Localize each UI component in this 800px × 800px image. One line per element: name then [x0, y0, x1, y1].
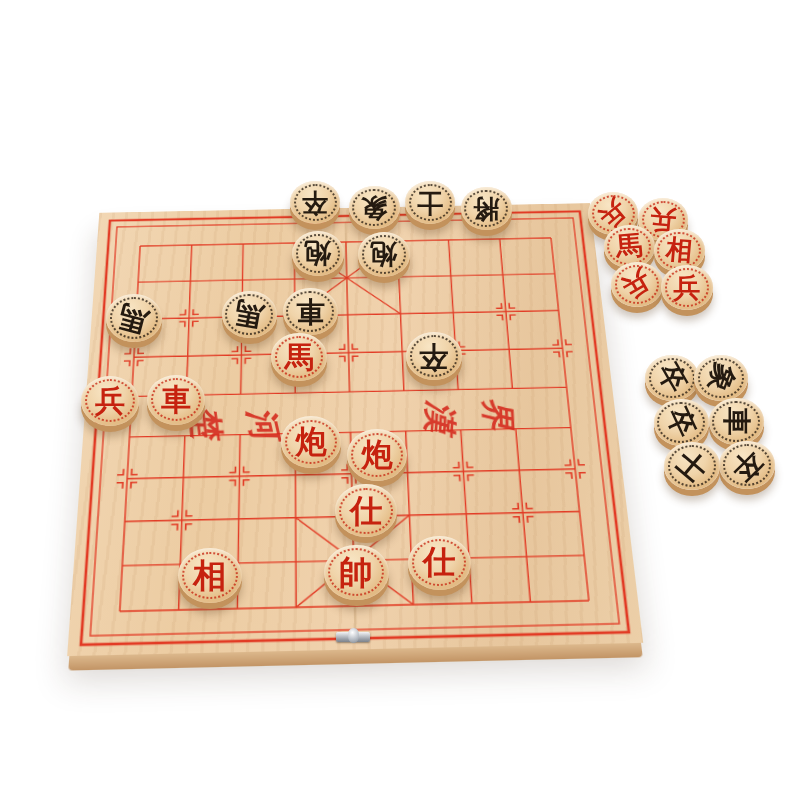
- piece-red-elephant[interactable]: 相: [178, 548, 242, 612]
- piece-label: 相: [193, 559, 226, 592]
- piece-red-soldier[interactable]: 兵: [611, 262, 663, 314]
- pieces-layer: 卒士象將兵兵馬相炮炮兵兵車馬馬卒馬卒象車兵車卒炮炮卒士仕仕帥相: [0, 0, 800, 800]
- piece-label: 車: [161, 385, 191, 415]
- piece-face: 馬: [106, 294, 162, 342]
- piece-face: 車: [709, 398, 764, 445]
- piece-black-cannon[interactable]: 炮: [292, 231, 344, 283]
- piece-label: 馬: [284, 343, 313, 372]
- piece-face: 炮: [292, 231, 344, 276]
- piece-label: 象: [703, 360, 739, 396]
- piece-face: 士: [664, 442, 720, 490]
- piece-label: 馬: [116, 300, 152, 336]
- piece-label: 炮: [295, 426, 326, 457]
- piece-black-horse[interactable]: 馬: [222, 291, 277, 346]
- piece-black-general[interactable]: 將: [461, 187, 512, 238]
- piece-label: 兵: [619, 266, 656, 303]
- piece-face: 兵: [661, 265, 713, 310]
- piece-face: 炮: [347, 429, 407, 481]
- piece-face: 卒: [406, 332, 462, 380]
- piece-label: 炮: [361, 439, 392, 470]
- piece-red-chariot[interactable]: 車: [147, 375, 205, 433]
- piece-label: 兵: [95, 386, 125, 416]
- piece-black-soldier[interactable]: 卒: [719, 441, 775, 497]
- piece-label: 兵: [673, 274, 700, 301]
- piece-face: 馬: [222, 291, 277, 338]
- piece-label: 炮: [304, 240, 331, 267]
- piece-face: 士: [405, 181, 455, 224]
- piece-red-advisor[interactable]: 仕: [408, 536, 471, 599]
- piece-label: 象: [361, 194, 388, 221]
- piece-label: 馬: [615, 232, 644, 261]
- piece-red-soldier[interactable]: 兵: [81, 376, 139, 434]
- piece-face: 卒: [719, 441, 775, 489]
- piece-label: 仕: [423, 546, 456, 579]
- piece-label: 相: [665, 236, 694, 265]
- piece-face: 相: [178, 548, 242, 603]
- piece-label: 卒: [653, 359, 691, 397]
- piece-red-advisor[interactable]: 仕: [335, 484, 397, 546]
- piece-red-cannon[interactable]: 炮: [281, 416, 341, 476]
- piece-face: 仕: [408, 536, 471, 590]
- piece-label: 將: [473, 195, 500, 222]
- piece-face: 兵: [611, 262, 663, 307]
- piece-black-soldier[interactable]: 卒: [290, 181, 340, 231]
- piece-face: 炮: [281, 416, 341, 468]
- piece-face: 帥: [324, 545, 389, 601]
- piece-label: 士: [671, 446, 712, 487]
- piece-label: 仕: [350, 495, 382, 527]
- piece-red-horse[interactable]: 馬: [271, 333, 327, 389]
- piece-face: 卒: [654, 399, 709, 446]
- piece-red-cannon[interactable]: 炮: [347, 429, 407, 489]
- piece-face: 炮: [358, 232, 410, 277]
- piece-black-elephant[interactable]: 象: [349, 186, 400, 237]
- piece-face: 車: [147, 375, 205, 425]
- piece-face: 卒: [645, 355, 699, 401]
- piece-face: 仕: [335, 484, 397, 537]
- piece-face: 將: [461, 187, 512, 231]
- piece-red-soldier[interactable]: 兵: [661, 265, 713, 317]
- piece-label: 馬: [232, 298, 265, 331]
- piece-label: 車: [722, 407, 751, 436]
- piece-black-advisor[interactable]: 士: [405, 181, 455, 231]
- piece-label: 炮: [370, 241, 397, 268]
- piece-label: 士: [417, 190, 443, 216]
- piece-face: 馬: [271, 333, 327, 381]
- piece-face: 車: [283, 288, 338, 335]
- piece-black-advisor[interactable]: 士: [664, 442, 720, 498]
- piece-face: 兵: [81, 376, 139, 426]
- piece-face: 象: [694, 355, 748, 401]
- piece-label: 卒: [419, 342, 448, 371]
- product-photo-scene: 楚 河 漢 界 卒士象將兵兵馬相炮炮兵兵車馬馬卒馬卒象車兵車卒炮炮卒士仕仕帥相: [0, 0, 800, 800]
- piece-label: 卒: [726, 444, 767, 485]
- piece-face: 象: [349, 186, 400, 230]
- piece-black-horse[interactable]: 馬: [106, 294, 162, 350]
- piece-black-soldier[interactable]: 卒: [406, 332, 462, 388]
- piece-label: 卒: [662, 403, 700, 441]
- piece-label: 卒: [302, 190, 328, 216]
- piece-label: 車: [296, 297, 325, 326]
- piece-face: 卒: [290, 181, 340, 224]
- piece-black-cannon[interactable]: 炮: [358, 232, 410, 284]
- piece-label: 帥: [339, 556, 373, 590]
- piece-red-general[interactable]: 帥: [324, 545, 389, 610]
